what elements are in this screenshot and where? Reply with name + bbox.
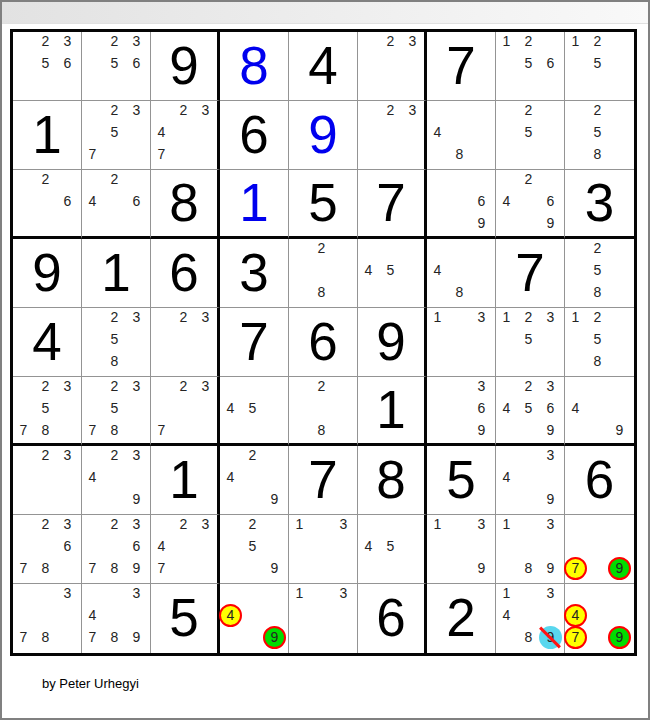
cell-r7c5[interactable]: 7 (289, 446, 358, 515)
cell-r6c2[interactable]: 23578 (82, 377, 151, 446)
candidate-2: 2 (586, 30, 609, 53)
candidate-2: 2 (103, 375, 126, 398)
cell-r5c7[interactable]: 13 (427, 308, 496, 377)
candidate-2: 2 (517, 306, 540, 329)
candidate-3: 3 (332, 582, 355, 605)
cell-r1c1[interactable]: 2356 (13, 32, 82, 101)
candidate-5: 5 (241, 397, 264, 420)
candidate-3: 3 (194, 375, 217, 398)
candidate-2: 2 (103, 168, 126, 191)
candidate-3: 3 (332, 513, 355, 536)
candidate-2: 2 (379, 30, 402, 53)
cell-r2c4[interactable]: 6 (220, 101, 289, 170)
candidate-4: 4 (150, 121, 173, 144)
given-digit: 3 (585, 176, 614, 229)
cell-r9c8[interactable]: 13489 (496, 584, 565, 653)
given-digit: 7 (446, 39, 475, 92)
candidate-3: 3 (539, 444, 562, 467)
candidate-6: 6 (56, 190, 79, 213)
app-window: 2356235698423712561251235723476923482525… (0, 0, 650, 720)
player-digit: 8 (239, 39, 268, 92)
cell-r1c6[interactable]: 23 (358, 32, 427, 101)
given-digit: 1 (101, 246, 130, 299)
cell-r2c9[interactable]: 258 (565, 101, 634, 170)
candidate-2: 2 (34, 444, 57, 467)
cell-r9c7[interactable]: 2 (427, 584, 496, 653)
candidate-8: 8 (103, 350, 126, 373)
cell-r8c7[interactable]: 139 (427, 515, 496, 584)
cell-r4c8[interactable]: 7 (496, 239, 565, 308)
candidate-3: 3 (470, 375, 493, 398)
cell-r6c7[interactable]: 369 (427, 377, 496, 446)
candidate-9: 9 (539, 488, 562, 511)
candidate-9: 9 (470, 557, 493, 580)
candidate-8: 8 (586, 350, 609, 373)
given-digit: 3 (239, 246, 268, 299)
cell-r2c2[interactable]: 2357 (82, 101, 151, 170)
cell-r8c9[interactable]: 79 (565, 515, 634, 584)
cell-r1c7[interactable]: 7 (427, 32, 496, 101)
candidate-9-highlight-green: 9 (608, 626, 631, 649)
candidate-3: 3 (56, 30, 79, 53)
candidate-5: 5 (103, 121, 126, 144)
candidate-1: 1 (495, 30, 518, 53)
candidate-2: 2 (586, 306, 609, 329)
cell-r1c9[interactable]: 125 (565, 32, 634, 101)
cell-r7c3[interactable]: 1 (151, 446, 220, 515)
cell-r5c9[interactable]: 1258 (565, 308, 634, 377)
cell-r4c3[interactable]: 6 (151, 239, 220, 308)
cell-r7c4[interactable]: 249 (220, 446, 289, 515)
candidate-8: 8 (34, 419, 57, 442)
cell-r8c8[interactable]: 1389 (496, 515, 565, 584)
candidate-6: 6 (125, 535, 148, 558)
cell-r7c7[interactable]: 5 (427, 446, 496, 515)
candidate-2: 2 (241, 513, 264, 536)
cell-r4c6[interactable]: 45 (358, 239, 427, 308)
candidate-4: 4 (426, 259, 449, 282)
credit-text: by Peter Urhegyi (42, 676, 139, 691)
cell-r3c7[interactable]: 69 (427, 170, 496, 239)
given-digit: 9 (169, 39, 198, 92)
candidate-4: 4 (357, 259, 380, 282)
cell-r1c5[interactable]: 4 (289, 32, 358, 101)
candidate-9-highlight-green: 9 (608, 557, 631, 580)
cell-r4c9[interactable]: 258 (565, 239, 634, 308)
cell-r5c3[interactable]: 23 (151, 308, 220, 377)
given-digit: 5 (169, 591, 198, 644)
candidate-7: 7 (12, 626, 35, 649)
candidate-2: 2 (241, 444, 264, 467)
candidate-8: 8 (310, 281, 333, 304)
candidate-8: 8 (103, 557, 126, 580)
cell-r8c1[interactable]: 23678 (13, 515, 82, 584)
cell-r5c8[interactable]: 1235 (496, 308, 565, 377)
window-titlebar (2, 2, 648, 24)
cell-r3c8[interactable]: 2469 (496, 170, 565, 239)
cell-r3c3[interactable]: 8 (151, 170, 220, 239)
candidate-2: 2 (103, 30, 126, 53)
candidate-8: 8 (103, 419, 126, 442)
cell-r9c4[interactable]: 49 (220, 584, 289, 653)
cell-r6c5[interactable]: 28 (289, 377, 358, 446)
candidate-8: 8 (517, 626, 540, 649)
candidate-5: 5 (103, 397, 126, 420)
cell-r2c8[interactable]: 25 (496, 101, 565, 170)
cell-r3c4[interactable]: 1 (220, 170, 289, 239)
candidate-7-highlight-yellow: 7 (564, 557, 587, 580)
cell-r9c9[interactable]: 479 (565, 584, 634, 653)
cell-r6c1[interactable]: 23578 (13, 377, 82, 446)
candidate-9-highlight-green: 9 (263, 626, 286, 649)
candidate-5: 5 (517, 52, 540, 75)
cell-r6c8[interactable]: 234569 (496, 377, 565, 446)
candidate-3: 3 (125, 375, 148, 398)
candidate-9: 9 (608, 419, 631, 442)
candidate-4: 4 (564, 397, 587, 420)
candidate-9: 9 (539, 557, 562, 580)
candidate-8: 8 (448, 281, 471, 304)
given-digit: 1 (376, 383, 405, 436)
cell-r7c9[interactable]: 6 (565, 446, 634, 515)
candidate-4: 4 (81, 190, 104, 213)
player-digit: 1 (239, 176, 268, 229)
cell-r6c6[interactable]: 1 (358, 377, 427, 446)
candidate-3: 3 (401, 99, 424, 122)
cell-r6c4[interactable]: 45 (220, 377, 289, 446)
cell-r5c4[interactable]: 7 (220, 308, 289, 377)
cell-r2c7[interactable]: 48 (427, 101, 496, 170)
candidate-5: 5 (103, 328, 126, 351)
given-digit: 1 (169, 453, 198, 506)
candidate-5: 5 (586, 259, 609, 282)
candidate-9: 9 (125, 557, 148, 580)
candidate-5: 5 (241, 535, 264, 558)
candidate-6: 6 (539, 190, 562, 213)
cell-r3c5[interactable]: 5 (289, 170, 358, 239)
candidate-7: 7 (150, 419, 173, 442)
candidate-4: 4 (357, 535, 380, 558)
candidate-5: 5 (34, 397, 57, 420)
candidate-3: 3 (539, 306, 562, 329)
cell-r4c7[interactable]: 48 (427, 239, 496, 308)
cell-r3c6[interactable]: 7 (358, 170, 427, 239)
cell-r8c6[interactable]: 45 (358, 515, 427, 584)
candidate-2: 2 (586, 99, 609, 122)
candidate-6: 6 (56, 52, 79, 75)
candidate-9: 9 (125, 488, 148, 511)
candidate-4: 4 (495, 190, 518, 213)
candidate-1: 1 (495, 513, 518, 536)
candidate-3: 3 (539, 582, 562, 605)
cell-r2c1[interactable]: 1 (13, 101, 82, 170)
given-digit: 7 (376, 176, 405, 229)
given-digit: 6 (308, 315, 337, 368)
candidate-4: 4 (150, 535, 173, 558)
candidate-2: 2 (586, 237, 609, 260)
cell-r9c1[interactable]: 378 (13, 584, 82, 653)
candidate-2: 2 (310, 375, 333, 398)
candidate-5: 5 (379, 535, 402, 558)
candidate-1: 1 (426, 513, 449, 536)
candidate-1: 1 (564, 306, 587, 329)
candidate-2: 2 (172, 306, 195, 329)
candidate-6: 6 (539, 52, 562, 75)
candidate-2: 2 (517, 168, 540, 191)
cell-r9c2[interactable]: 34789 (82, 584, 151, 653)
candidate-6: 6 (539, 397, 562, 420)
candidate-8: 8 (310, 419, 333, 442)
candidate-9: 9 (539, 212, 562, 235)
cell-r7c8[interactable]: 349 (496, 446, 565, 515)
candidate-3: 3 (125, 444, 148, 467)
candidate-8: 8 (34, 557, 57, 580)
player-digit: 9 (308, 108, 337, 161)
cell-r2c3[interactable]: 2347 (151, 101, 220, 170)
given-digit: 8 (169, 176, 198, 229)
given-digit: 9 (376, 315, 405, 368)
cell-r5c1[interactable]: 4 (13, 308, 82, 377)
candidate-1: 1 (288, 582, 311, 605)
candidate-9: 9 (470, 419, 493, 442)
candidate-3: 3 (194, 99, 217, 122)
candidate-1: 1 (426, 306, 449, 329)
candidate-5: 5 (103, 52, 126, 75)
candidate-7-highlight-yellow: 7 (564, 626, 587, 649)
given-digit: 2 (446, 591, 475, 644)
candidate-7: 7 (81, 143, 104, 166)
candidate-4: 4 (81, 604, 104, 627)
candidate-2: 2 (517, 375, 540, 398)
cell-r1c8[interactable]: 1256 (496, 32, 565, 101)
cell-r1c4[interactable]: 8 (220, 32, 289, 101)
given-digit: 6 (169, 246, 198, 299)
candidate-3: 3 (401, 30, 424, 53)
candidate-5: 5 (34, 52, 57, 75)
candidate-3: 3 (56, 513, 79, 536)
candidate-8: 8 (103, 626, 126, 649)
candidate-8: 8 (448, 143, 471, 166)
candidate-4: 4 (81, 466, 104, 489)
candidate-3: 3 (194, 306, 217, 329)
candidate-6: 6 (56, 535, 79, 558)
cell-r9c5[interactable]: 13 (289, 584, 358, 653)
cell-r8c5[interactable]: 13 (289, 515, 358, 584)
candidate-3: 3 (125, 582, 148, 605)
cell-r8c2[interactable]: 236789 (82, 515, 151, 584)
cell-r3c1[interactable]: 26 (13, 170, 82, 239)
candidate-7: 7 (81, 419, 104, 442)
candidate-1: 1 (495, 306, 518, 329)
given-digit: 8 (376, 453, 405, 506)
candidate-2: 2 (34, 30, 57, 53)
candidate-3: 3 (125, 306, 148, 329)
candidate-2: 2 (517, 30, 540, 53)
given-digit: 6 (585, 453, 614, 506)
candidate-2: 2 (103, 444, 126, 467)
cell-r4c2[interactable]: 1 (82, 239, 151, 308)
given-digit: 5 (446, 453, 475, 506)
candidate-2: 2 (103, 306, 126, 329)
candidate-8: 8 (34, 626, 57, 649)
candidate-4: 4 (495, 397, 518, 420)
candidate-2: 2 (103, 513, 126, 536)
candidate-7: 7 (150, 557, 173, 580)
candidate-6: 6 (125, 52, 148, 75)
candidate-3: 3 (470, 306, 493, 329)
candidate-3: 3 (470, 513, 493, 536)
candidate-9: 9 (125, 626, 148, 649)
given-digit: 7 (515, 246, 544, 299)
candidate-3: 3 (194, 513, 217, 536)
cell-r9c6[interactable]: 6 (358, 584, 427, 653)
candidate-4: 4 (495, 604, 518, 627)
candidate-7: 7 (12, 557, 35, 580)
cell-r7c1[interactable]: 23 (13, 446, 82, 515)
cell-r9c3[interactable]: 5 (151, 584, 220, 653)
cell-r5c6[interactable]: 9 (358, 308, 427, 377)
candidate-2: 2 (379, 99, 402, 122)
candidate-8: 8 (586, 281, 609, 304)
cell-r5c5[interactable]: 6 (289, 308, 358, 377)
candidate-2: 2 (172, 99, 195, 122)
candidate-3: 3 (125, 30, 148, 53)
cell-r2c6[interactable]: 23 (358, 101, 427, 170)
cell-r4c1[interactable]: 9 (13, 239, 82, 308)
cell-r6c3[interactable]: 237 (151, 377, 220, 446)
candidate-5: 5 (517, 397, 540, 420)
candidate-7: 7 (81, 626, 104, 649)
cell-r4c5[interactable]: 28 (289, 239, 358, 308)
given-digit: 4 (32, 315, 61, 368)
candidate-5: 5 (586, 328, 609, 351)
given-digit: 4 (308, 39, 337, 92)
cell-r1c3[interactable]: 9 (151, 32, 220, 101)
given-digit: 7 (239, 315, 268, 368)
cell-r8c3[interactable]: 2347 (151, 515, 220, 584)
candidate-2: 2 (34, 168, 57, 191)
candidate-9: 9 (263, 557, 286, 580)
candidate-3: 3 (56, 582, 79, 605)
candidate-3: 3 (125, 513, 148, 536)
candidate-9: 9 (470, 212, 493, 235)
candidate-4: 4 (219, 466, 242, 489)
cell-r7c6[interactable]: 8 (358, 446, 427, 515)
candidate-9: 9 (539, 419, 562, 442)
candidate-3: 3 (539, 513, 562, 536)
given-digit: 6 (376, 591, 405, 644)
given-digit: 9 (32, 246, 61, 299)
candidate-7: 7 (12, 419, 35, 442)
cell-r8c4[interactable]: 259 (220, 515, 289, 584)
candidate-2: 2 (34, 513, 57, 536)
candidate-6: 6 (470, 397, 493, 420)
candidate-5: 5 (586, 52, 609, 75)
candidate-9-eliminated-cyan: 9 (539, 626, 562, 649)
given-digit: 7 (308, 453, 337, 506)
candidate-7: 7 (81, 557, 104, 580)
candidate-3: 3 (56, 375, 79, 398)
candidate-2: 2 (103, 99, 126, 122)
cell-r6c9[interactable]: 49 (565, 377, 634, 446)
candidate-5: 5 (379, 259, 402, 282)
candidate-6: 6 (470, 190, 493, 213)
candidate-2: 2 (310, 237, 333, 260)
candidate-5: 5 (517, 328, 540, 351)
cell-r7c2[interactable]: 2349 (82, 446, 151, 515)
candidate-7: 7 (150, 143, 173, 166)
candidate-2: 2 (34, 375, 57, 398)
candidate-2: 2 (517, 99, 540, 122)
candidate-5: 5 (586, 121, 609, 144)
candidate-8: 8 (586, 143, 609, 166)
candidate-4: 4 (426, 121, 449, 144)
cell-r3c9[interactable]: 3 (565, 170, 634, 239)
given-digit: 5 (308, 176, 337, 229)
candidate-3: 3 (125, 99, 148, 122)
candidate-1: 1 (288, 513, 311, 536)
candidate-4: 4 (495, 466, 518, 489)
given-digit: 1 (32, 108, 61, 161)
candidate-8: 8 (517, 557, 540, 580)
cell-r2c5[interactable]: 9 (289, 101, 358, 170)
candidate-1: 1 (495, 582, 518, 605)
candidate-9: 9 (263, 488, 286, 511)
candidate-4: 4 (219, 397, 242, 420)
given-digit: 6 (239, 108, 268, 161)
cell-r4c4[interactable]: 3 (220, 239, 289, 308)
candidate-3: 3 (539, 375, 562, 398)
cell-r5c2[interactable]: 2358 (82, 308, 151, 377)
candidate-4-highlight-yellow: 4 (219, 604, 242, 627)
candidate-2: 2 (172, 513, 195, 536)
candidate-4-highlight-yellow: 4 (564, 604, 587, 627)
cell-r1c2[interactable]: 2356 (82, 32, 151, 101)
candidate-1: 1 (564, 30, 587, 53)
sudoku-board: 2356235698423712561251235723476923482525… (10, 29, 637, 656)
candidate-5: 5 (517, 121, 540, 144)
candidate-6: 6 (125, 190, 148, 213)
candidate-3: 3 (56, 444, 79, 467)
candidate-2: 2 (172, 375, 195, 398)
cell-r3c2[interactable]: 246 (82, 170, 151, 239)
